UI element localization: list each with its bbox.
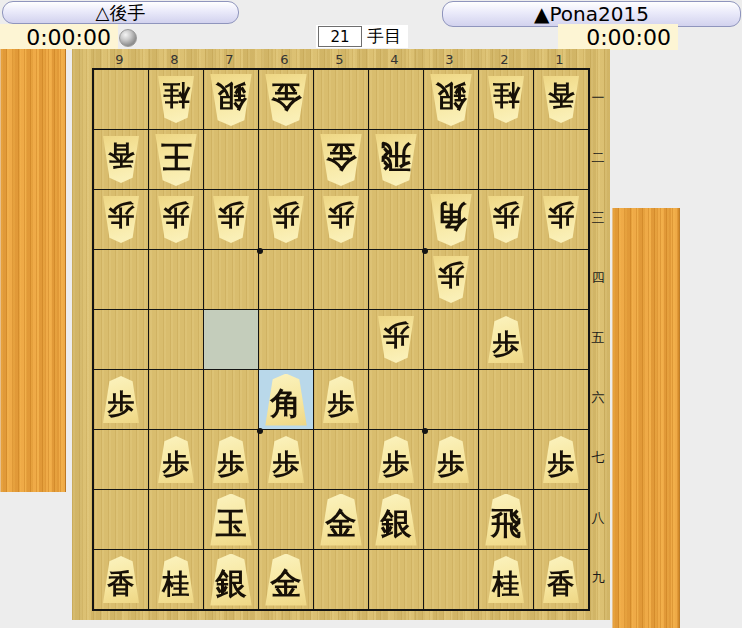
piece-gote-歩[interactable]: 歩 <box>541 196 581 243</box>
shogi-grid: 桂銀金銀桂香香王金飛歩歩歩歩歩角歩歩歩歩歩歩角歩歩歩歩歩歩歩玉金銀飛香桂銀金桂香 <box>92 68 590 611</box>
piece-sente-歩[interactable]: 歩 <box>156 436 196 483</box>
piece-kanji: 歩 <box>493 203 520 230</box>
square-11[interactable]: 香 <box>534 70 588 129</box>
square-89[interactable]: 桂 <box>149 550 203 609</box>
piece-kanji: 銀 <box>216 81 247 112</box>
square-82[interactable]: 王 <box>149 130 203 189</box>
square-68[interactable] <box>259 490 313 549</box>
piece-gote-歩[interactable]: 歩 <box>266 196 306 243</box>
piece-kanji: 桂 <box>493 570 520 597</box>
move-counter-suffix: 手目 <box>367 25 401 48</box>
file-label-1: 1 <box>532 50 587 68</box>
rank-label-8: 八 <box>587 488 609 548</box>
hoshi-dot <box>422 428 428 434</box>
piece-kanji: 歩 <box>108 390 135 417</box>
piece-kanji: 歩 <box>163 203 190 230</box>
square-87[interactable]: 歩 <box>149 430 203 489</box>
square-71[interactable]: 銀 <box>204 70 258 129</box>
piece-gote-王[interactable]: 王 <box>153 134 199 186</box>
piece-sente-飛[interactable]: 飛 <box>483 494 529 546</box>
square-81[interactable]: 桂 <box>149 70 203 129</box>
piece-kanji: 金 <box>271 568 302 599</box>
square-61[interactable]: 金 <box>259 70 313 129</box>
square-59[interactable] <box>314 550 368 609</box>
square-47[interactable]: 歩 <box>369 430 423 489</box>
move-number-value: 21 <box>330 28 349 46</box>
square-12[interactable] <box>534 130 588 189</box>
square-45[interactable]: 歩 <box>369 310 423 369</box>
piece-kanji: 歩 <box>218 203 245 230</box>
square-28[interactable]: 飛 <box>479 490 533 549</box>
sente-player-label: ▲Pona2015 <box>534 2 649 26</box>
square-77[interactable]: 歩 <box>204 430 258 489</box>
piece-kanji: 香 <box>548 570 575 597</box>
piece-kanji: 銀 <box>381 508 412 539</box>
piece-gote-桂[interactable]: 桂 <box>156 76 196 123</box>
square-63[interactable]: 歩 <box>259 190 313 249</box>
rank-label-4: 四 <box>587 248 609 308</box>
sente-clock-value: 0:00:00 <box>586 25 671 50</box>
square-17[interactable]: 歩 <box>534 430 588 489</box>
piece-sente-歩[interactable]: 歩 <box>541 436 581 483</box>
square-58[interactable]: 金 <box>314 490 368 549</box>
file-labels: 987654321 <box>92 50 587 68</box>
piece-sente-銀[interactable]: 銀 <box>208 554 254 606</box>
square-33[interactable]: 角 <box>424 190 478 249</box>
piece-kanji: 銀 <box>436 81 467 112</box>
piece-gote-歩[interactable]: 歩 <box>431 256 471 303</box>
shogi-board: 987654321 一二三四五六七八九 桂銀金銀桂香香王金飛歩歩歩歩歩角歩歩歩歩… <box>72 49 610 620</box>
piece-sente-香[interactable]: 香 <box>541 556 581 603</box>
piece-gote-香[interactable]: 香 <box>101 136 141 183</box>
square-14[interactable] <box>534 250 588 309</box>
square-97[interactable] <box>94 430 148 489</box>
piece-sente-歩[interactable]: 歩 <box>321 376 361 423</box>
piece-gote-歩[interactable]: 歩 <box>156 196 196 243</box>
piece-sente-歩[interactable]: 歩 <box>101 376 141 423</box>
piece-gote-歩[interactable]: 歩 <box>376 316 416 363</box>
square-23[interactable]: 歩 <box>479 190 533 249</box>
piece-sente-歩[interactable]: 歩 <box>486 316 526 363</box>
square-43[interactable] <box>369 190 423 249</box>
piece-kanji: 金 <box>326 508 357 539</box>
square-41[interactable] <box>369 70 423 129</box>
square-95[interactable] <box>94 310 148 369</box>
square-24[interactable] <box>479 250 533 309</box>
gote-player-button[interactable]: △後手 <box>2 1 239 24</box>
gote-clock-value: 0:00:00 <box>26 25 111 50</box>
file-label-4: 4 <box>367 50 422 68</box>
piece-gote-歩[interactable]: 歩 <box>101 196 141 243</box>
piece-kanji: 飛 <box>491 508 522 539</box>
square-69[interactable]: 金 <box>259 550 313 609</box>
square-25[interactable]: 歩 <box>479 310 533 369</box>
piece-gote-歩[interactable]: 歩 <box>321 196 361 243</box>
square-92[interactable]: 香 <box>94 130 148 189</box>
square-39[interactable] <box>424 550 478 609</box>
square-85[interactable] <box>149 310 203 369</box>
piece-sente-歩[interactable]: 歩 <box>376 436 416 483</box>
piece-gote-金[interactable]: 金 <box>318 134 364 186</box>
square-38[interactable] <box>424 490 478 549</box>
piece-sente-角[interactable]: 角 <box>263 374 309 426</box>
square-67[interactable]: 歩 <box>259 430 313 489</box>
piece-kanji: 歩 <box>383 323 410 350</box>
piece-kanji: 歩 <box>548 203 575 230</box>
hoshi-dot <box>422 248 428 254</box>
piece-sente-金[interactable]: 金 <box>318 494 364 546</box>
square-84[interactable] <box>149 250 203 309</box>
square-96[interactable]: 歩 <box>94 370 148 429</box>
square-15[interactable] <box>534 310 588 369</box>
piece-kanji: 金 <box>271 81 302 112</box>
piece-kanji: 歩 <box>218 450 245 477</box>
piece-gote-銀[interactable]: 銀 <box>208 74 254 126</box>
move-counter: 21 手目 <box>316 25 408 48</box>
square-75[interactable] <box>204 310 258 369</box>
piece-kanji: 王 <box>161 141 192 172</box>
square-93[interactable]: 歩 <box>94 190 148 249</box>
square-13[interactable]: 歩 <box>534 190 588 249</box>
piece-kanji: 角 <box>436 201 467 232</box>
square-29[interactable]: 桂 <box>479 550 533 609</box>
square-86[interactable] <box>149 370 203 429</box>
piece-sente-歩[interactable]: 歩 <box>431 436 471 483</box>
square-42[interactable]: 飛 <box>369 130 423 189</box>
square-78[interactable]: 玉 <box>204 490 258 549</box>
square-49[interactable] <box>369 550 423 609</box>
square-35[interactable] <box>424 310 478 369</box>
square-99[interactable]: 香 <box>94 550 148 609</box>
sente-clock: 0:00:00 <box>558 24 678 50</box>
sente-captured-pieces-tray[interactable] <box>612 208 680 628</box>
rank-label-6: 六 <box>587 368 609 428</box>
piece-kanji: 歩 <box>163 450 190 477</box>
square-74[interactable] <box>204 250 258 309</box>
piece-sente-銀[interactable]: 銀 <box>373 494 419 546</box>
piece-sente-歩[interactable]: 歩 <box>211 436 251 483</box>
file-label-9: 9 <box>92 50 147 68</box>
piece-gote-銀[interactable]: 銀 <box>428 74 474 126</box>
square-37[interactable]: 歩 <box>424 430 478 489</box>
piece-kanji: 歩 <box>438 263 465 290</box>
square-46[interactable] <box>369 370 423 429</box>
square-54[interactable] <box>314 250 368 309</box>
piece-kanji: 桂 <box>493 83 520 110</box>
file-label-8: 8 <box>147 50 202 68</box>
square-48[interactable]: 銀 <box>369 490 423 549</box>
square-56[interactable]: 歩 <box>314 370 368 429</box>
rank-label-7: 七 <box>587 428 609 488</box>
square-53[interactable]: 歩 <box>314 190 368 249</box>
move-number-input[interactable]: 21 <box>318 26 362 47</box>
piece-kanji: 歩 <box>548 450 575 477</box>
piece-kanji: 桂 <box>163 83 190 110</box>
square-18[interactable] <box>534 490 588 549</box>
rank-labels: 一二三四五六七八九 <box>587 68 609 608</box>
piece-kanji: 歩 <box>108 203 135 230</box>
piece-kanji: 香 <box>548 83 575 110</box>
square-64[interactable] <box>259 250 313 309</box>
rank-label-3: 三 <box>587 188 609 248</box>
piece-gote-金[interactable]: 金 <box>263 74 309 126</box>
square-55[interactable] <box>314 310 368 369</box>
square-91[interactable] <box>94 70 148 129</box>
gote-captured-pieces-tray[interactable] <box>0 49 66 492</box>
turn-indicator-orb-icon <box>119 29 137 47</box>
square-21[interactable]: 桂 <box>479 70 533 129</box>
piece-kanji: 飛 <box>381 141 412 172</box>
square-36[interactable] <box>424 370 478 429</box>
square-79[interactable]: 銀 <box>204 550 258 609</box>
rank-label-2: 二 <box>587 128 609 188</box>
rank-label-9: 九 <box>587 548 609 608</box>
square-94[interactable] <box>94 250 148 309</box>
square-62[interactable] <box>259 130 313 189</box>
piece-kanji: 銀 <box>216 568 247 599</box>
piece-kanji: 歩 <box>438 450 465 477</box>
square-66[interactable]: 角 <box>259 370 313 429</box>
piece-sente-金[interactable]: 金 <box>263 554 309 606</box>
piece-kanji: 桂 <box>163 570 190 597</box>
file-label-3: 3 <box>422 50 477 68</box>
hoshi-dot <box>257 428 263 434</box>
square-16[interactable] <box>534 370 588 429</box>
file-label-6: 6 <box>257 50 312 68</box>
hoshi-dot <box>257 248 263 254</box>
piece-kanji: 歩 <box>493 330 520 357</box>
piece-sente-玉[interactable]: 玉 <box>208 494 254 546</box>
square-32[interactable] <box>424 130 478 189</box>
piece-kanji: 角 <box>271 388 302 419</box>
square-31[interactable]: 銀 <box>424 70 478 129</box>
square-88[interactable] <box>149 490 203 549</box>
square-34[interactable]: 歩 <box>424 250 478 309</box>
piece-kanji: 歩 <box>328 203 355 230</box>
piece-kanji: 歩 <box>273 450 300 477</box>
piece-sente-桂[interactable]: 桂 <box>486 556 526 603</box>
square-44[interactable] <box>369 250 423 309</box>
square-26[interactable] <box>479 370 533 429</box>
piece-gote-飛[interactable]: 飛 <box>373 134 419 186</box>
piece-kanji: 歩 <box>383 450 410 477</box>
square-22[interactable] <box>479 130 533 189</box>
square-76[interactable] <box>204 370 258 429</box>
rank-label-5: 五 <box>587 308 609 368</box>
piece-gote-歩[interactable]: 歩 <box>486 196 526 243</box>
square-51[interactable] <box>314 70 368 129</box>
file-label-2: 2 <box>477 50 532 68</box>
square-72[interactable] <box>204 130 258 189</box>
piece-gote-香[interactable]: 香 <box>541 76 581 123</box>
square-27[interactable] <box>479 430 533 489</box>
square-65[interactable] <box>259 310 313 369</box>
piece-kanji: 歩 <box>273 203 300 230</box>
shogi-app: △後手 ▲Pona2015 0:00:00 0:00:00 21 手目 9876… <box>0 0 742 628</box>
piece-gote-歩[interactable]: 歩 <box>211 196 251 243</box>
piece-kanji: 金 <box>326 141 357 172</box>
square-83[interactable]: 歩 <box>149 190 203 249</box>
file-label-5: 5 <box>312 50 367 68</box>
square-57[interactable] <box>314 430 368 489</box>
gote-player-label: △後手 <box>96 1 146 25</box>
piece-sente-香[interactable]: 香 <box>101 556 141 603</box>
square-98[interactable] <box>94 490 148 549</box>
gote-clock: 0:00:00 <box>0 24 118 50</box>
piece-kanji: 歩 <box>328 390 355 417</box>
piece-kanji: 香 <box>108 143 135 170</box>
piece-kanji: 香 <box>108 570 135 597</box>
piece-sente-歩[interactable]: 歩 <box>266 436 306 483</box>
piece-sente-桂[interactable]: 桂 <box>156 556 196 603</box>
piece-gote-桂[interactable]: 桂 <box>486 76 526 123</box>
square-73[interactable]: 歩 <box>204 190 258 249</box>
rank-label-1: 一 <box>587 68 609 128</box>
piece-gote-角[interactable]: 角 <box>428 194 474 246</box>
file-label-7: 7 <box>202 50 257 68</box>
piece-kanji: 玉 <box>216 508 247 539</box>
square-52[interactable]: 金 <box>314 130 368 189</box>
square-19[interactable]: 香 <box>534 550 588 609</box>
